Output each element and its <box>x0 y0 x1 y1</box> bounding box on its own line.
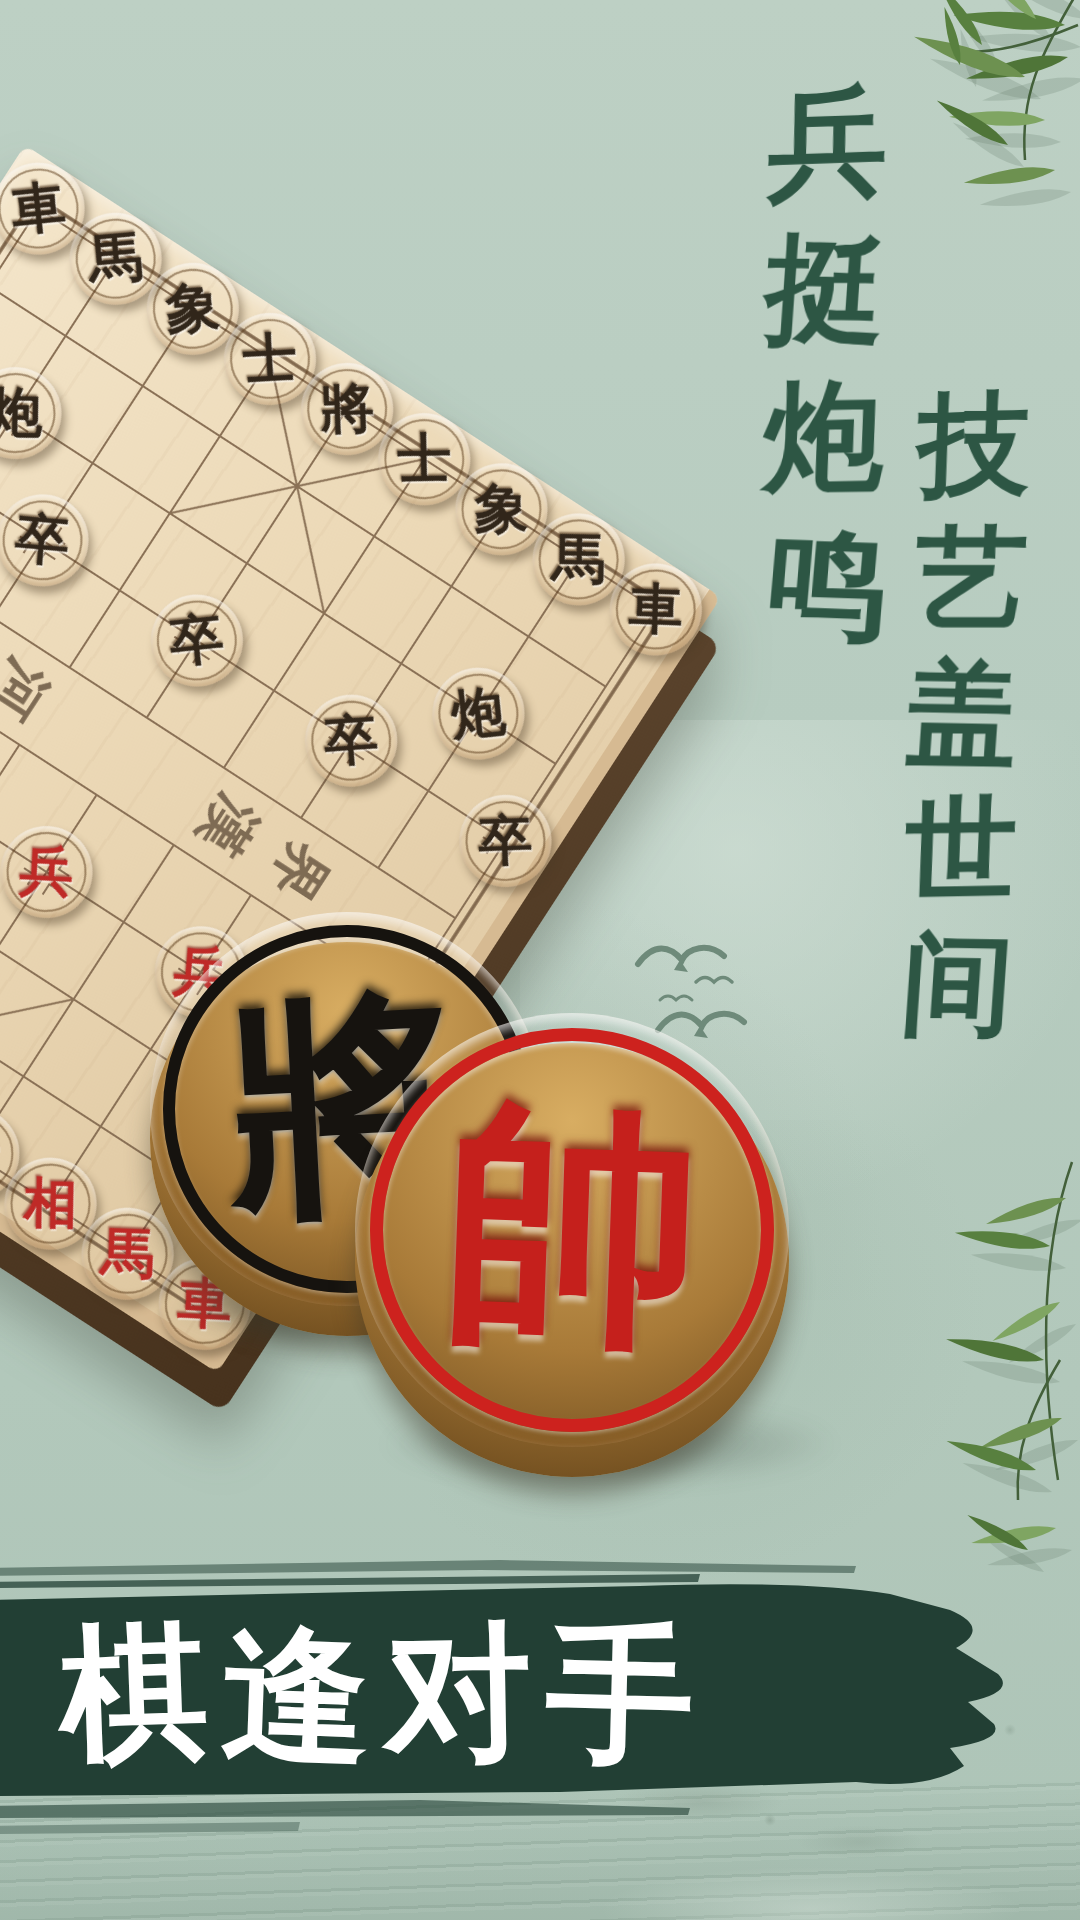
piece-glyph: 兵 <box>0 824 95 921</box>
piece-glyph: 炮 <box>428 663 529 764</box>
bamboo-right-icon <box>910 1150 1080 1590</box>
black-piece: 卒 <box>0 490 92 590</box>
hero-piece-face: 帥 <box>355 1013 789 1447</box>
banner-char: 棋 <box>57 1609 225 1777</box>
calligraphy-column-2: 技 艺 盖 世 间 <box>881 388 1047 1040</box>
black-piece: 卒 <box>146 590 247 691</box>
piece-glyph: 炮 <box>0 366 62 460</box>
calligraphy-char: 艺 <box>912 523 1030 635</box>
bamboo-top-right-icon <box>840 0 1080 265</box>
banner-char: 手 <box>544 1612 710 1779</box>
black-piece: 炮 <box>0 366 62 460</box>
red-piece: 兵 <box>0 824 95 921</box>
calligraphy-char: 世 <box>903 792 1019 906</box>
black-piece: 車 <box>608 562 703 657</box>
calligraphy-char: 技 <box>916 387 1032 501</box>
hero-piece-red-general: 帥 <box>355 1013 789 1447</box>
calligraphy-char: 炮 <box>762 375 886 497</box>
black-piece: 炮 <box>428 663 529 764</box>
banner-char: 逢 <box>219 1612 387 1780</box>
piece-glyph: 卒 <box>302 692 400 790</box>
black-piece: 卒 <box>458 793 553 888</box>
calligraphy-char: 鸣 <box>763 521 893 645</box>
piece-glyph: 卒 <box>146 590 247 691</box>
red-general-glyph: 帥 <box>437 1052 707 1409</box>
black-piece: 卒 <box>302 692 400 790</box>
calligraphy-char: 盖 <box>902 657 1022 771</box>
piece-glyph: 卒 <box>0 490 92 590</box>
calligraphy-char: 间 <box>898 927 1018 1041</box>
piece-glyph: 卒 <box>458 793 553 888</box>
banner-char: 对 <box>383 1611 548 1777</box>
piece-glyph: 車 <box>608 562 703 657</box>
banner-title: 棋 逢 对 手 <box>60 1612 708 1775</box>
xiangqi-splash-screen[interactable]: 楚 河 漢 界 車馬象士將士象馬車炮炮卒卒卒卒卒兵兵兵兵兵炮炮車馬相仕帥仕相馬車… <box>0 0 1080 1920</box>
